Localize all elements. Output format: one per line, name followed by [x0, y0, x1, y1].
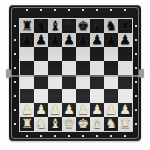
black-pawn: ♟ [35, 33, 47, 47]
black-pawn: ♟ [77, 33, 89, 47]
tick-mark [14, 39, 16, 41]
tick-mark [40, 135, 42, 137]
tick-mark [124, 135, 126, 137]
white-pawn: ♟ [21, 103, 33, 117]
left-hinge [6, 69, 11, 78]
tick-mark [96, 135, 98, 137]
black-rook: ♜ [119, 19, 131, 33]
black-pawn: ♟ [91, 33, 103, 47]
square-f7[interactable]: ♟ [90, 33, 104, 47]
white-king: ♚ [77, 117, 89, 131]
white-pawn: ♟ [91, 103, 103, 117]
square-c4[interactable] [48, 75, 62, 89]
square-a6[interactable] [20, 47, 34, 61]
square-d3[interactable] [62, 89, 76, 103]
square-g7[interactable]: ♟ [104, 33, 118, 47]
square-d8[interactable]: ♛ [62, 19, 76, 33]
square-e6[interactable] [76, 47, 90, 61]
tick-mark [14, 109, 16, 111]
square-h2[interactable]: ♟ [118, 103, 132, 117]
tick-mark [110, 135, 112, 137]
tick-mark [135, 67, 137, 69]
tick-mark [14, 81, 16, 83]
tick-mark [68, 135, 70, 137]
square-h7[interactable]: ♟ [118, 33, 132, 47]
square-e2[interactable]: ♟ [76, 103, 90, 117]
square-h4[interactable] [118, 75, 132, 89]
white-pawn: ♟ [35, 103, 47, 117]
black-bishop: ♝ [91, 19, 103, 33]
right-hinge [139, 69, 144, 78]
square-h1[interactable]: ♜ [118, 117, 132, 131]
tick-mark [14, 95, 16, 97]
tick-mark [14, 123, 16, 125]
white-pawn: ♟ [63, 103, 75, 117]
square-a4[interactable] [20, 75, 34, 89]
square-b3[interactable] [34, 89, 48, 103]
square-f2[interactable]: ♟ [90, 103, 104, 117]
black-pawn: ♟ [21, 33, 33, 47]
square-g5[interactable] [104, 61, 118, 75]
tick-mark [54, 135, 56, 137]
black-king: ♚ [77, 19, 89, 33]
square-e3[interactable] [76, 89, 90, 103]
square-b4[interactable] [34, 75, 48, 89]
tick-mark [14, 25, 16, 27]
chess-set-photo: ♜♞♝♛♚♝♞♜♟♟♟♟♟♟♟♟♟♟♟♟♟♟♟♟♜♞♝♛♚♝♞♜ [0, 0, 150, 150]
black-bishop: ♝ [49, 19, 61, 33]
white-pawn: ♟ [105, 103, 117, 117]
tick-mark [135, 109, 137, 111]
square-e4[interactable] [76, 75, 90, 89]
square-d5[interactable] [62, 61, 76, 75]
square-c2[interactable]: ♟ [48, 103, 62, 117]
square-c3[interactable] [48, 89, 62, 103]
tick-mark [135, 95, 137, 97]
square-a7[interactable]: ♟ [20, 33, 34, 47]
chess-board: ♜♞♝♛♚♝♞♜♟♟♟♟♟♟♟♟♟♟♟♟♟♟♟♟♜♞♝♛♚♝♞♜ [9, 5, 141, 141]
square-f6[interactable] [90, 47, 104, 61]
square-g1[interactable]: ♞ [104, 117, 118, 131]
square-c8[interactable]: ♝ [48, 19, 62, 33]
square-a5[interactable] [20, 61, 34, 75]
square-h8[interactable]: ♜ [118, 19, 132, 33]
tick-mark [96, 9, 98, 11]
white-rook: ♜ [21, 117, 33, 131]
white-knight: ♞ [105, 117, 117, 131]
square-h6[interactable] [118, 47, 132, 61]
white-queen: ♛ [63, 117, 75, 131]
square-c1[interactable]: ♝ [48, 117, 62, 131]
black-pawn: ♟ [105, 33, 117, 47]
square-g2[interactable]: ♟ [104, 103, 118, 117]
square-d6[interactable] [62, 47, 76, 61]
tick-mark [82, 135, 84, 137]
tick-mark [135, 123, 137, 125]
square-g6[interactable] [104, 47, 118, 61]
square-g8[interactable]: ♞ [104, 19, 118, 33]
tick-mark [68, 9, 70, 11]
square-e5[interactable] [76, 61, 90, 75]
square-e1[interactable]: ♚ [76, 117, 90, 131]
square-h5[interactable] [118, 61, 132, 75]
square-a8[interactable]: ♜ [20, 19, 34, 33]
white-knight: ♞ [35, 117, 47, 131]
square-b1[interactable]: ♞ [34, 117, 48, 131]
white-pawn: ♟ [119, 103, 131, 117]
square-f4[interactable] [90, 75, 104, 89]
tick-mark [26, 135, 28, 137]
black-knight: ♞ [35, 19, 47, 33]
tick-mark [14, 53, 16, 55]
square-d4[interactable] [62, 75, 76, 89]
square-b6[interactable] [34, 47, 48, 61]
square-c6[interactable] [48, 47, 62, 61]
square-f8[interactable]: ♝ [90, 19, 104, 33]
black-pawn: ♟ [49, 33, 61, 47]
square-a3[interactable] [20, 89, 34, 103]
square-e8[interactable]: ♚ [76, 19, 90, 33]
white-bishop: ♝ [49, 117, 61, 131]
white-pawn: ♟ [49, 103, 61, 117]
square-f5[interactable] [90, 61, 104, 75]
square-d1[interactable]: ♛ [62, 117, 76, 131]
tick-mark [54, 9, 56, 11]
tick-mark [40, 9, 42, 11]
square-b8[interactable]: ♞ [34, 19, 48, 33]
square-d2[interactable]: ♟ [62, 103, 76, 117]
tick-mark [26, 9, 28, 11]
square-h3[interactable] [118, 89, 132, 103]
tick-mark [135, 53, 137, 55]
square-g3[interactable] [104, 89, 118, 103]
square-e7[interactable]: ♟ [76, 33, 90, 47]
square-b7[interactable]: ♟ [34, 33, 48, 47]
tick-mark [110, 9, 112, 11]
tick-mark [135, 25, 137, 27]
board-grid: ♜♞♝♛♚♝♞♜♟♟♟♟♟♟♟♟♟♟♟♟♟♟♟♟♜♞♝♛♚♝♞♜ [19, 18, 133, 132]
square-g4[interactable] [104, 75, 118, 89]
white-bishop: ♝ [91, 117, 103, 131]
tick-mark [135, 39, 137, 41]
tick-mark [82, 9, 84, 11]
white-pawn: ♟ [77, 103, 89, 117]
square-b2[interactable]: ♟ [34, 103, 48, 117]
square-d7[interactable]: ♟ [62, 33, 76, 47]
square-b5[interactable] [34, 61, 48, 75]
square-f3[interactable] [90, 89, 104, 103]
black-pawn: ♟ [119, 33, 131, 47]
tick-mark [124, 9, 126, 11]
white-rook: ♜ [119, 117, 131, 131]
square-c7[interactable]: ♟ [48, 33, 62, 47]
black-rook: ♜ [21, 19, 33, 33]
square-a2[interactable]: ♟ [20, 103, 34, 117]
square-a1[interactable]: ♜ [20, 117, 34, 131]
black-knight: ♞ [105, 19, 117, 33]
tick-mark [135, 81, 137, 83]
square-c5[interactable] [48, 61, 62, 75]
tick-mark [14, 67, 16, 69]
square-f1[interactable]: ♝ [90, 117, 104, 131]
black-pawn: ♟ [63, 33, 75, 47]
black-queen: ♛ [63, 19, 75, 33]
